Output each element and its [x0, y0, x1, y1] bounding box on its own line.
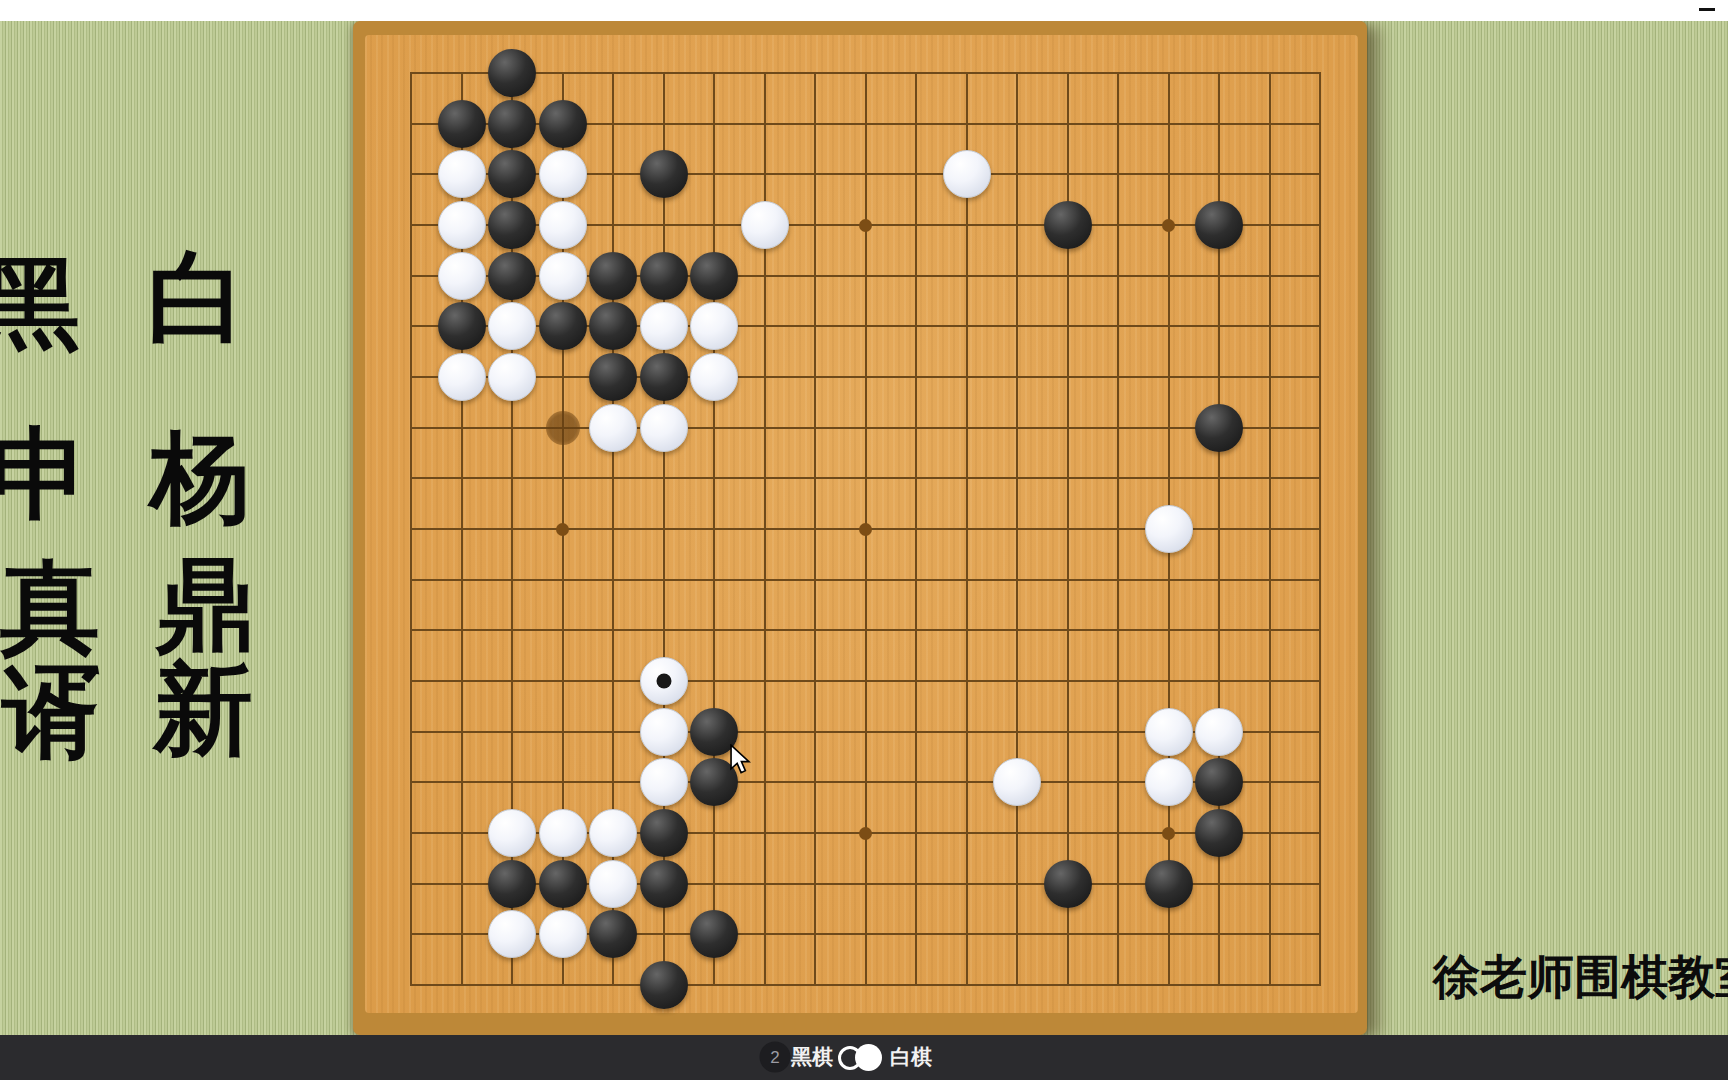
ghost-stone-marker	[546, 411, 580, 445]
move-number-badge: 2	[760, 1042, 791, 1073]
white-stone	[488, 353, 536, 401]
white-stone	[438, 150, 486, 198]
black-stone	[488, 49, 536, 97]
grid-line-vertical	[1117, 72, 1119, 986]
black-stone	[1195, 758, 1243, 806]
white-stone	[438, 353, 486, 401]
stone-color-toggle[interactable]	[838, 1042, 884, 1072]
minimize-icon[interactable]	[1699, 8, 1715, 11]
white-player-label: 白	[147, 247, 247, 347]
black-stone	[640, 961, 688, 1009]
white-stone	[690, 302, 738, 350]
black-stone	[589, 252, 637, 300]
star-point	[1162, 219, 1175, 232]
white-stone	[438, 201, 486, 249]
white-stone	[1195, 708, 1243, 756]
toggle-white-knob-icon	[855, 1044, 882, 1071]
black-stone	[539, 860, 587, 908]
star-point	[859, 219, 872, 232]
black-stone	[1044, 860, 1092, 908]
black-stone	[1195, 809, 1243, 857]
white-stone	[539, 809, 587, 857]
white-stone	[589, 860, 637, 908]
black-stone	[539, 100, 587, 148]
mouse-cursor	[727, 744, 753, 774]
white-stone	[640, 404, 688, 452]
grid-line-vertical	[1319, 72, 1321, 986]
black-stone	[690, 910, 738, 958]
watermark-text: 徐老师围棋教室	[1433, 946, 1728, 1009]
black-player-name-char3: 谞	[2, 662, 102, 762]
black-stone	[640, 150, 688, 198]
black-player-name-char1: 申	[0, 424, 90, 524]
black-stone	[1195, 201, 1243, 249]
black-stone	[640, 809, 688, 857]
black-stones-label: 黑棋	[791, 1043, 833, 1071]
white-stone	[539, 201, 587, 249]
grid-line-horizontal	[410, 579, 1321, 581]
white-stone	[1145, 505, 1193, 553]
grid-line-horizontal	[410, 984, 1321, 986]
white-stones-label: 白棋	[890, 1043, 932, 1071]
star-point	[859, 523, 872, 536]
black-stone	[539, 302, 587, 350]
white-stone	[539, 150, 587, 198]
white-stone	[690, 353, 738, 401]
grid-line-vertical	[1016, 72, 1018, 986]
black-stone	[438, 100, 486, 148]
black-player-label: 黑	[0, 253, 80, 353]
grid-line-vertical	[915, 72, 917, 986]
grid-line-vertical	[1269, 72, 1271, 986]
white-stone	[488, 809, 536, 857]
black-stone	[488, 860, 536, 908]
star-point	[859, 827, 872, 840]
window-titlebar	[0, 0, 1728, 21]
black-stone	[589, 302, 637, 350]
grid-line-vertical	[966, 72, 968, 986]
black-stone	[1044, 201, 1092, 249]
black-stone	[690, 252, 738, 300]
white-player-name-char1: 杨	[150, 427, 250, 527]
last-move-marker	[656, 674, 671, 689]
black-stone	[1145, 860, 1193, 908]
white-stone	[640, 708, 688, 756]
white-stone	[1145, 758, 1193, 806]
white-player-name-char3: 新	[153, 659, 253, 759]
grid-line-horizontal	[410, 629, 1321, 631]
white-stone	[1145, 708, 1193, 756]
white-stone	[539, 910, 587, 958]
black-stone	[488, 252, 536, 300]
star-point	[1162, 827, 1175, 840]
white-stone	[640, 758, 688, 806]
white-stone	[438, 252, 486, 300]
white-stone	[488, 302, 536, 350]
black-player-name-char2: 真	[0, 557, 100, 657]
white-stone	[539, 252, 587, 300]
white-stone	[741, 201, 789, 249]
white-stone	[589, 809, 637, 857]
white-player-name-char2: 鼎	[155, 554, 255, 654]
black-stone	[438, 302, 486, 350]
white-stone	[640, 657, 688, 705]
black-stone	[589, 910, 637, 958]
grid-line-horizontal	[410, 680, 1321, 682]
star-point	[556, 523, 569, 536]
black-stone	[488, 100, 536, 148]
black-stone	[640, 353, 688, 401]
go-board[interactable]	[353, 21, 1367, 1035]
black-stone	[589, 353, 637, 401]
white-stone	[993, 758, 1041, 806]
black-stone	[640, 252, 688, 300]
white-stone	[589, 404, 637, 452]
white-stone	[488, 910, 536, 958]
black-stone	[488, 150, 536, 198]
white-stone	[943, 150, 991, 198]
black-stone	[1195, 404, 1243, 452]
black-stone	[488, 201, 536, 249]
black-stone	[640, 860, 688, 908]
white-stone	[640, 302, 688, 350]
